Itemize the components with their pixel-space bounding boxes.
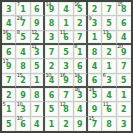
cell-digit: 3 (2, 2, 15, 15)
cell-digit: 8 (117, 2, 131, 15)
cell-digit: 5 (102, 16, 115, 29)
cell-digit: 2 (117, 102, 131, 115)
cell-digit: 4 (102, 88, 115, 101)
cell-r2c4[interactable]: 8 (45, 16, 59, 30)
cell-digit: 2 (102, 45, 115, 58)
cell-digit: 2 (31, 31, 43, 43)
cell-digit: 3 (102, 74, 115, 86)
cell-r3c5[interactable]: 116 (59, 31, 73, 45)
cell-digit: 1 (74, 45, 86, 58)
cell-r9c6[interactable]: 9 (74, 117, 88, 131)
cell-digit: 6 (31, 2, 43, 15)
cell-r3c2[interactable]: 85 (16, 31, 30, 45)
cell-digit: 2 (2, 88, 15, 101)
cell-r1c3[interactable]: 6 (31, 2, 45, 16)
cell-digit: 4 (88, 59, 101, 72)
cell-r8c8[interactable]: 116 (102, 102, 116, 116)
cell-digit: 8 (74, 74, 86, 86)
cell-digit: 7 (16, 16, 29, 29)
cell-digit: 1 (59, 16, 72, 29)
cell-digit: 2 (59, 117, 72, 131)
cell-r4c3[interactable]: 113 (31, 45, 45, 59)
cell-digit: 9 (102, 31, 115, 43)
cell-digit: 5 (16, 31, 29, 43)
cell-digit: 7 (88, 117, 101, 131)
cell-r6c4[interactable]: 104 (45, 74, 59, 88)
cell-r1c1[interactable]: 3 (2, 2, 16, 16)
cell-r7c4[interactable]: 6 (45, 88, 59, 102)
cell-r9c9[interactable]: 3 (117, 117, 131, 131)
cell-digit: 7 (31, 102, 43, 115)
cell-r6c8[interactable]: 63 (102, 74, 116, 88)
cell-r4c7[interactable]: 8 (88, 45, 102, 59)
cell-r5c3[interactable]: 5 (31, 59, 45, 73)
cell-digit: 5 (117, 74, 131, 86)
cell-digit: 3 (74, 88, 86, 101)
cell-digit: 4 (2, 16, 15, 29)
cell-digit: 1 (31, 74, 43, 86)
cell-digit: 1 (2, 102, 15, 115)
cell-digit: 9 (2, 59, 15, 72)
cell-r6c2[interactable]: 152 (16, 74, 30, 88)
cell-digit: 1 (16, 2, 29, 15)
sudoku-board: 3716149416527158424798129356168851223116… (0, 0, 133, 133)
cell-r1c4[interactable]: 149 (45, 2, 59, 16)
cell-digit: 8 (2, 31, 15, 43)
cell-digit: 2 (45, 59, 58, 72)
cell-digit: 3 (117, 117, 131, 131)
cell-r4c5[interactable]: 5 (59, 45, 73, 59)
cell-digit: 5 (45, 102, 58, 115)
cell-r4c8[interactable]: 2 (102, 45, 116, 59)
cell-r7c6[interactable]: 163 (74, 88, 88, 102)
cell-digit: 3 (45, 31, 58, 43)
cell-r3c8[interactable]: 139 (102, 31, 116, 45)
cell-r7c3[interactable]: 8 (31, 88, 45, 102)
cell-digit: 8 (45, 16, 58, 29)
cell-r4c4[interactable]: 7 (45, 45, 59, 59)
cell-digit: 6 (74, 59, 86, 72)
cell-r4c6[interactable]: 81 (74, 45, 88, 59)
cell-r6c5[interactable]: 169 (59, 74, 73, 88)
cell-digit: 9 (16, 88, 29, 101)
cell-r1c8[interactable]: 7 (102, 2, 116, 16)
cell-r2c9[interactable]: 6 (117, 16, 131, 30)
cell-r9c5[interactable]: 2 (59, 117, 73, 131)
cell-digit: 5 (2, 117, 15, 131)
cell-digit: 7 (102, 2, 115, 15)
cell-digit: 1 (88, 31, 101, 43)
cell-r3c4[interactable]: 3 (45, 31, 59, 45)
cell-digit: 7 (59, 88, 72, 101)
cell-r6c9[interactable]: 5 (117, 74, 131, 88)
cell-digit: 5 (31, 59, 43, 72)
cell-r5c7[interactable]: 4 (88, 59, 102, 73)
cell-r9c4[interactable]: 1 (45, 117, 59, 131)
cell-r9c7[interactable]: 157 (88, 117, 102, 131)
cell-digit: 6 (88, 74, 101, 86)
cell-r8c6[interactable]: 4 (74, 102, 88, 116)
cell-digit: 9 (88, 102, 101, 115)
cell-r2c7[interactable]: 93 (88, 16, 102, 30)
cell-digit: 2 (88, 2, 101, 15)
cell-r1c5[interactable]: 4 (59, 2, 73, 16)
cell-digit: 8 (16, 59, 29, 72)
cell-digit: 1 (117, 88, 131, 101)
cell-r9c1[interactable]: 5 (2, 117, 16, 131)
cell-digit: 4 (45, 74, 58, 86)
cell-r3c7[interactable]: 1 (88, 31, 102, 45)
cell-r9c3[interactable]: 4 (31, 117, 45, 131)
cell-digit: 9 (31, 16, 43, 29)
cell-digit: 8 (88, 45, 101, 58)
cell-r5c9[interactable]: 7 (117, 59, 131, 73)
cell-r8c3[interactable]: 7 (31, 102, 45, 116)
cell-r1c9[interactable]: 158 (117, 2, 131, 16)
cell-r4c2[interactable]: 4 (16, 45, 30, 59)
cell-digit: 6 (45, 88, 58, 101)
cell-digit: 9 (117, 45, 131, 58)
cell-digit: 7 (74, 31, 86, 43)
cell-digit: 9 (59, 74, 72, 86)
cell-digit: 3 (16, 102, 29, 115)
cell-digit: 5 (59, 45, 72, 58)
cell-digit: 6 (2, 45, 15, 58)
cell-digit: 3 (59, 59, 72, 72)
cell-r8c1[interactable]: 51 (2, 102, 16, 116)
cell-r8c4[interactable]: 5 (45, 102, 59, 116)
cell-r3c1[interactable]: 168 (2, 31, 16, 45)
cell-digit: 7 (45, 45, 58, 58)
cell-digit: 8 (102, 117, 115, 131)
cell-digit: 5 (88, 88, 101, 101)
cell-r4c9[interactable]: 209 (117, 45, 131, 59)
cell-digit: 7 (2, 74, 15, 86)
cell-digit: 1 (45, 117, 58, 131)
cell-digit: 6 (16, 117, 29, 131)
cell-digit: 1 (102, 59, 115, 72)
cell-digit: 3 (88, 16, 101, 29)
cell-r2c6[interactable]: 2 (74, 16, 88, 30)
cell-digit: 9 (74, 117, 86, 131)
cell-r9c8[interactable]: 8 (102, 117, 116, 131)
cell-digit: 4 (59, 2, 72, 15)
cell-digit: 9 (45, 2, 58, 15)
cell-digit: 2 (16, 74, 29, 86)
cell-r6c1[interactable]: 7 (2, 74, 16, 88)
cell-r7c9[interactable]: 1 (117, 88, 131, 102)
cell-digit: 2 (74, 16, 86, 29)
cell-digit: 3 (31, 45, 43, 58)
cell-digit: 6 (59, 31, 72, 43)
cell-r7c7[interactable]: 145 (88, 88, 102, 102)
cell-digit: 4 (117, 31, 131, 43)
cell-r5c1[interactable]: 179 (2, 59, 16, 73)
cell-digit: 4 (74, 102, 86, 115)
cell-digit: 6 (117, 16, 131, 29)
cell-r1c6[interactable]: 165 (74, 2, 88, 16)
cell-digit: 6 (102, 102, 115, 115)
cell-digit: 4 (31, 117, 43, 131)
cell-digit: 8 (59, 102, 72, 115)
cell-r6c3[interactable]: 1 (31, 74, 45, 88)
cell-r8c9[interactable]: 2 (117, 102, 131, 116)
cell-digit: 7 (117, 59, 131, 72)
cell-digit: 5 (74, 2, 86, 15)
cell-r9c2[interactable]: 106 (16, 117, 30, 131)
cell-digit: 8 (31, 88, 43, 101)
cell-r8c5[interactable]: 128 (59, 102, 73, 116)
cell-digit: 4 (16, 45, 29, 58)
